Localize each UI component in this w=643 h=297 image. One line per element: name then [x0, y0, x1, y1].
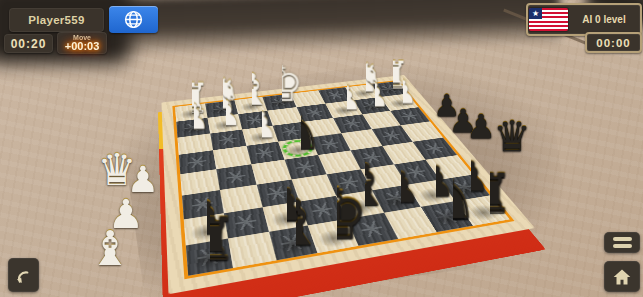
undo-button[interactable]	[8, 258, 39, 292]
liberia-flag: ★	[529, 8, 568, 31]
square-inlay-star	[255, 147, 276, 159]
square-inlay-star	[225, 170, 246, 184]
player-name-panel: Player559	[9, 8, 104, 32]
square-inlay-star	[399, 111, 420, 121]
square-inlay-star	[423, 143, 447, 155]
square-inlay-star	[342, 118, 363, 128]
menu-bar-icon	[613, 244, 632, 248]
move-time: +00:03	[65, 41, 100, 52]
square-inlay-star	[187, 156, 207, 169]
square-f8[interactable]: ♝	[269, 226, 318, 261]
globe-button[interactable]	[109, 6, 158, 33]
move-timer-panel: Move +00:03	[57, 32, 107, 54]
ai-timer-panel: 00:00	[585, 32, 642, 53]
white-time: 00:20	[11, 37, 47, 51]
ai-time: 00:00	[596, 37, 630, 49]
menu-button[interactable]	[604, 232, 640, 253]
app-screen: ♜♞♝♚♞♜♟♟♟♟♟♟♞♟♟♝♟♟♟♜♝♚♞♜ ♛♟♟♝ ♟♟♟♛ Playe…	[0, 0, 643, 297]
square-inlay-star	[319, 138, 340, 149]
white-timer-panel: 00:20	[4, 34, 53, 53]
player-name: Player559	[28, 14, 84, 26]
square-h8[interactable]: ♜	[186, 239, 233, 276]
ai-level-label: AI 0 level	[568, 14, 640, 25]
square-h4[interactable]	[179, 150, 216, 174]
menu-bar-icon	[613, 237, 632, 241]
flag-canton: ★	[529, 8, 542, 19]
home-button[interactable]	[604, 261, 640, 292]
square-inlay-star	[381, 130, 403, 141]
square-a4[interactable]	[401, 122, 443, 142]
square-inlay-star	[218, 134, 237, 145]
square-g3[interactable]	[210, 129, 246, 150]
square-e4[interactable]: ♞	[279, 138, 318, 160]
square-inlay-star	[294, 160, 316, 173]
globe-icon	[123, 9, 144, 30]
flag-star-icon: ★	[532, 10, 539, 18]
undo-icon	[14, 265, 34, 285]
home-icon	[612, 267, 632, 287]
